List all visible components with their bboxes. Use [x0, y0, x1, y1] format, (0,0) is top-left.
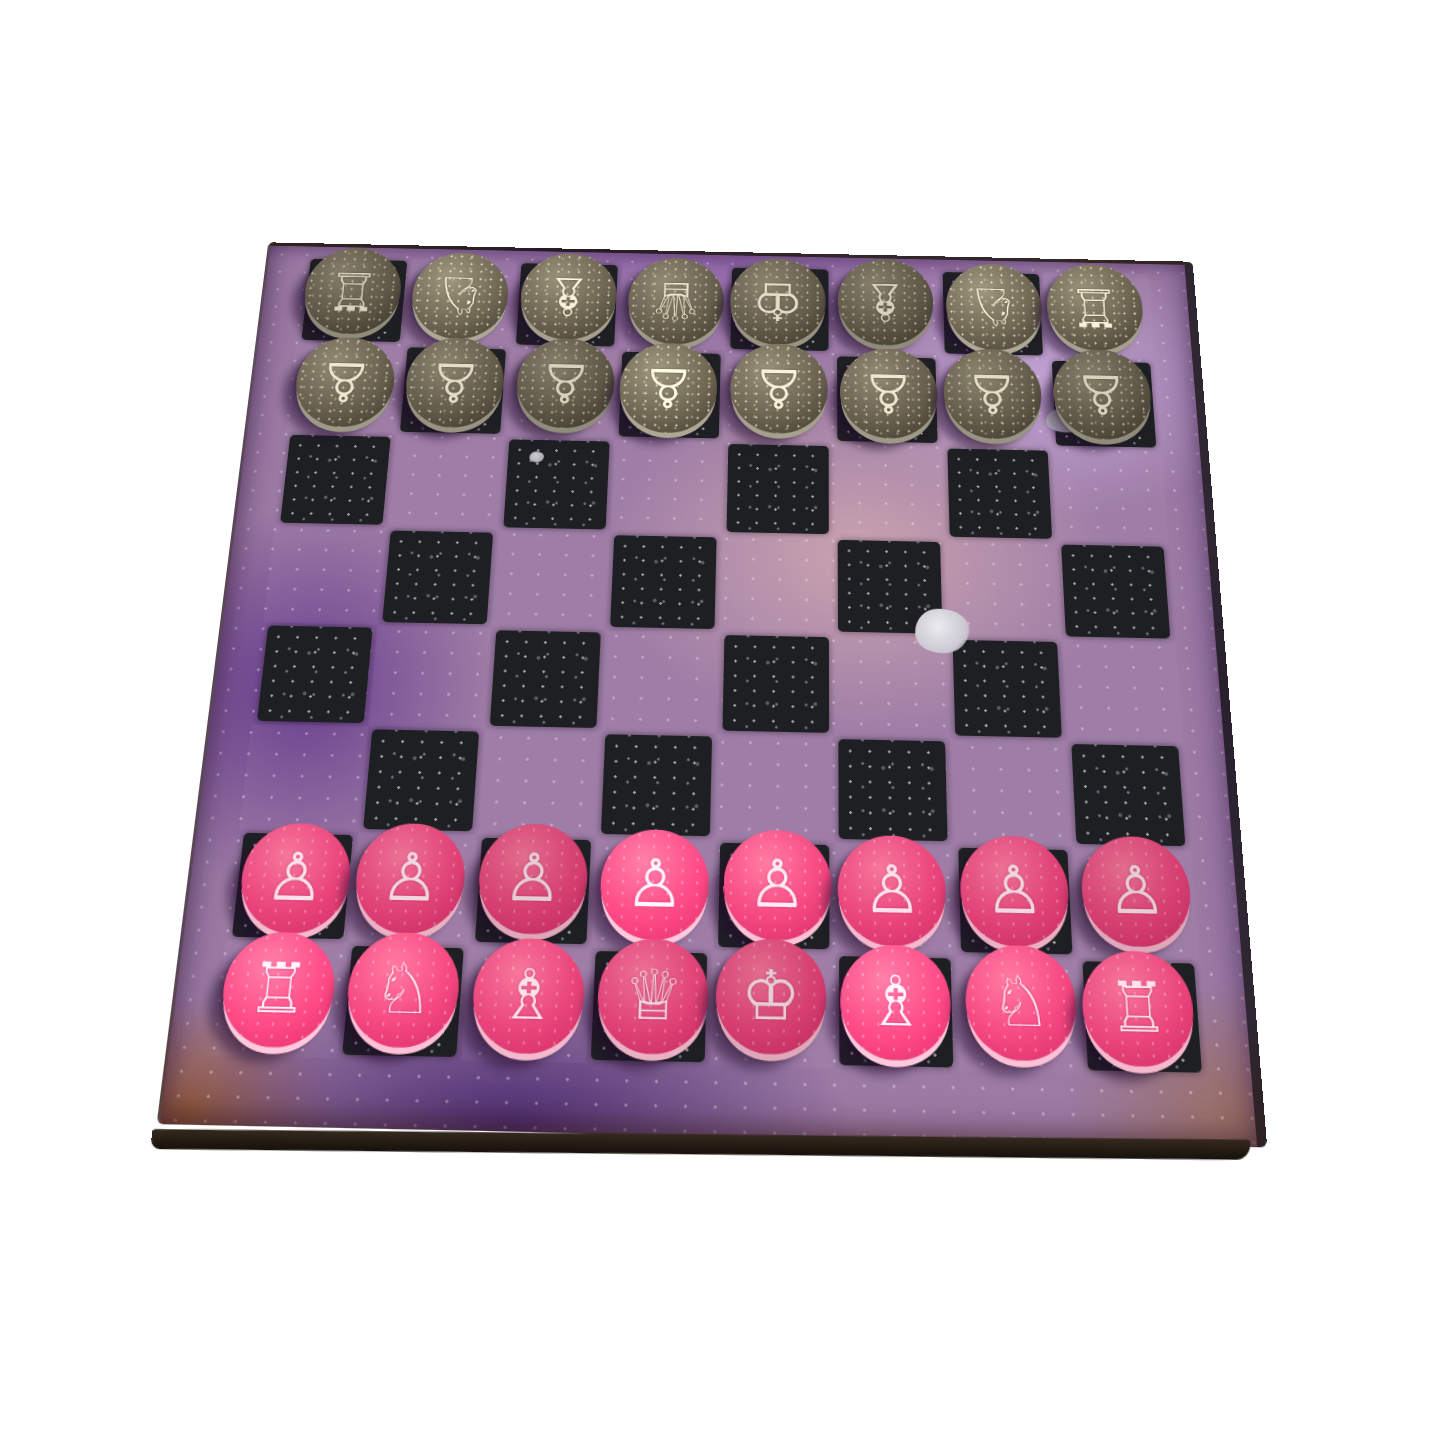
- square-a1[interactable]: ♖: [213, 940, 348, 1058]
- rook-engraving-icon: ♖: [245, 954, 312, 1025]
- king-engraving-icon: ♔: [751, 275, 803, 328]
- piece-black-pawn-f7[interactable]: ♙: [840, 348, 939, 439]
- square-g4[interactable]: [947, 637, 1066, 741]
- piece-black-queen-d8[interactable]: ♕: [627, 257, 725, 344]
- rook-engraving-icon: ♖: [1068, 281, 1123, 334]
- square-a2[interactable]: ♙: [226, 830, 358, 943]
- piece-white-pawn-a2[interactable]: ♙: [235, 823, 355, 934]
- piece-black-pawn-a7[interactable]: ♙: [291, 337, 398, 428]
- pawn-engraving-icon: ♙: [862, 366, 916, 421]
- square-b3[interactable]: [358, 726, 484, 834]
- piece-black-pawn-e7[interactable]: ♙: [729, 343, 827, 434]
- square-a6[interactable]: [275, 432, 395, 528]
- square-b5[interactable]: [377, 528, 498, 628]
- board-tilt-wrapper: ♖♘♗♕♔♗♘♖♙♙♙♙♙♙♙♙♙♙♙♙♙♙♙♙♖♘♗♕♔♗♘♖: [213, 195, 1232, 1116]
- pawn-engraving-icon: ♙: [752, 361, 805, 416]
- piece-black-rook-h8[interactable]: ♖: [1045, 264, 1146, 351]
- piece-white-rook-h1[interactable]: ♖: [1080, 950, 1198, 1067]
- piece-white-knight-g1[interactable]: ♘: [964, 945, 1079, 1062]
- piece-white-pawn-h2[interactable]: ♙: [1079, 836, 1194, 948]
- square-d7[interactable]: ♙: [614, 349, 725, 441]
- square-c7[interactable]: ♙: [505, 347, 619, 439]
- rook-engraving-icon: ♖: [1106, 973, 1170, 1044]
- bishop-engraving-icon: ♗: [541, 270, 596, 323]
- king-engraving-icon: ♔: [740, 961, 801, 1032]
- square-d6[interactable]: [610, 439, 724, 535]
- square-g8[interactable]: ♘: [938, 269, 1048, 358]
- square-c4[interactable]: [484, 627, 605, 731]
- square-h2[interactable]: ♙: [1072, 847, 1199, 960]
- square-a3[interactable]: [239, 724, 368, 832]
- pawn-engraving-icon: ♙: [1074, 367, 1130, 422]
- square-a8[interactable]: ♖: [296, 256, 411, 344]
- square-h8[interactable]: ♖: [1043, 272, 1155, 361]
- piece-black-bishop-f8[interactable]: ♗: [838, 259, 935, 346]
- piece-white-king-e1[interactable]: ♔: [714, 938, 826, 1055]
- square-d4[interactable]: [601, 630, 720, 734]
- square-a4[interactable]: [252, 622, 378, 726]
- piece-white-pawn-d2[interactable]: ♙: [599, 829, 711, 941]
- square-c6[interactable]: [498, 437, 614, 533]
- square-h6[interactable]: [1052, 448, 1168, 544]
- square-b6[interactable]: [387, 434, 505, 530]
- square-f7[interactable]: ♙: [833, 354, 943, 446]
- photo-background: ♖♘♗♕♔♗♘♖♙♙♙♙♙♙♙♙♙♙♙♙♙♙♙♙♖♘♗♕♔♗♘♖: [0, 0, 1445, 1445]
- square-g7[interactable]: ♙: [940, 356, 1052, 448]
- pawn-engraving-icon: ♙: [263, 844, 329, 912]
- square-e1[interactable]: ♔: [710, 950, 834, 1068]
- square-g3[interactable]: [950, 738, 1072, 847]
- pawn-engraving-icon: ♙: [747, 851, 806, 919]
- square-d2[interactable]: ♙: [591, 837, 715, 950]
- chess-board: ♖♘♗♕♔♗♘♖♙♙♙♙♙♙♙♙♙♙♙♙♙♙♙♙♖♘♗♕♔♗♘♖: [157, 242, 1268, 1147]
- queen-engraving-icon: ♕: [649, 274, 703, 327]
- square-b4[interactable]: [368, 625, 491, 729]
- pawn-engraving-icon: ♙: [965, 366, 1020, 421]
- square-d3[interactable]: [596, 731, 717, 839]
- square-a5[interactable]: [263, 525, 386, 625]
- knight-engraving-icon: ♘: [989, 967, 1052, 1038]
- bishop-engraving-icon: ♗: [859, 276, 912, 329]
- square-e2[interactable]: ♙: [713, 839, 835, 952]
- square-e3[interactable]: [715, 734, 834, 842]
- square-f3[interactable]: [834, 736, 953, 844]
- board-grid: ♖♘♗♕♔♗♘♖♙♙♙♙♙♙♙♙♙♙♙♙♙♙♙♙♖♘♗♕♔♗♘♖: [213, 256, 1208, 1076]
- piece-white-pawn-b2[interactable]: ♙: [352, 823, 469, 934]
- piece-black-pawn-c7[interactable]: ♙: [514, 338, 616, 429]
- square-f2[interactable]: ♙: [834, 842, 956, 955]
- pawn-engraving-icon: ♙: [378, 844, 442, 911]
- pawn-engraving-icon: ♙: [862, 857, 922, 925]
- square-e4[interactable]: [717, 632, 833, 736]
- pawn-engraving-icon: ♙: [426, 355, 483, 410]
- piece-white-knight-b1[interactable]: ♘: [343, 932, 463, 1048]
- square-c3[interactable]: [477, 729, 601, 837]
- square-d1[interactable]: ♕: [586, 948, 713, 1066]
- piece-black-pawn-d7[interactable]: ♙: [618, 343, 718, 434]
- piece-white-pawn-f2[interactable]: ♙: [838, 835, 948, 947]
- square-e6[interactable]: [722, 441, 834, 537]
- square-b2[interactable]: ♙: [348, 832, 477, 945]
- square-f1[interactable]: ♗: [834, 953, 959, 1071]
- rook-engraving-icon: ♖: [324, 264, 381, 317]
- square-c8[interactable]: ♗: [511, 261, 622, 349]
- piece-black-rook-a8[interactable]: ♖: [300, 247, 404, 334]
- square-b8[interactable]: ♘: [404, 258, 517, 346]
- square-c2[interactable]: ♙: [469, 835, 596, 948]
- piece-black-knight-b8[interactable]: ♘: [409, 252, 511, 339]
- piece-white-rook-a1[interactable]: ♖: [217, 932, 340, 1048]
- square-b7[interactable]: ♙: [395, 345, 511, 437]
- square-e5[interactable]: [719, 535, 833, 635]
- square-g1[interactable]: ♘: [956, 955, 1083, 1073]
- piece-white-pawn-c2[interactable]: ♙: [475, 823, 589, 934]
- piece-white-bishop-c1[interactable]: ♗: [469, 938, 586, 1055]
- square-a7[interactable]: ♙: [286, 342, 404, 434]
- queen-engraving-icon: ♕: [622, 961, 684, 1032]
- piece-white-queen-d1[interactable]: ♕: [596, 938, 710, 1055]
- bishop-engraving-icon: ♗: [865, 967, 926, 1038]
- piece-black-knight-g8[interactable]: ♘: [945, 263, 1044, 350]
- square-h7[interactable]: ♙: [1047, 358, 1161, 450]
- square-h1[interactable]: ♖: [1077, 958, 1207, 1076]
- square-e8[interactable]: ♔: [726, 265, 833, 354]
- square-e7[interactable]: ♙: [724, 351, 833, 443]
- piece-white-bishop-f1[interactable]: ♗: [840, 944, 952, 1061]
- square-g6[interactable]: [942, 446, 1056, 542]
- piece-black-pawn-b7[interactable]: ♙: [402, 337, 507, 428]
- knight-engraving-icon: ♘: [432, 269, 488, 322]
- square-h5[interactable]: [1057, 542, 1176, 642]
- square-c5[interactable]: [491, 530, 609, 630]
- square-f6[interactable]: [833, 444, 945, 540]
- pawn-engraving-icon: ♙: [624, 851, 685, 919]
- piece-black-pawn-g7[interactable]: ♙: [942, 348, 1043, 439]
- knight-engraving-icon: ♘: [371, 954, 437, 1024]
- pawn-engraving-icon: ♙: [502, 845, 565, 912]
- piece-black-bishop-c8[interactable]: ♗: [518, 253, 618, 340]
- square-d5[interactable]: [605, 532, 721, 632]
- square-h4[interactable]: [1061, 639, 1183, 743]
- pawn-engraving-icon: ♙: [316, 354, 375, 409]
- square-d8[interactable]: ♕: [618, 263, 727, 352]
- piece-black-king-e8[interactable]: ♔: [729, 258, 825, 345]
- square-g2[interactable]: ♙: [953, 844, 1078, 957]
- knight-engraving-icon: ♘: [967, 280, 1021, 333]
- piece-white-pawn-g2[interactable]: ♙: [959, 835, 1071, 947]
- square-f8[interactable]: ♗: [833, 267, 940, 356]
- pawn-engraving-icon: ♙: [1105, 857, 1168, 925]
- piece-white-pawn-e2[interactable]: ♙: [722, 829, 831, 941]
- pawn-engraving-icon: ♙: [537, 356, 593, 411]
- square-c1[interactable]: ♗: [461, 945, 591, 1063]
- pawn-engraving-icon: ♙: [641, 360, 696, 415]
- board-edge: [150, 1129, 1252, 1160]
- pawn-engraving-icon: ♙: [984, 857, 1045, 925]
- square-b1[interactable]: ♘: [337, 942, 469, 1060]
- bishop-engraving-icon: ♗: [496, 960, 560, 1031]
- square-h3[interactable]: [1067, 741, 1191, 850]
